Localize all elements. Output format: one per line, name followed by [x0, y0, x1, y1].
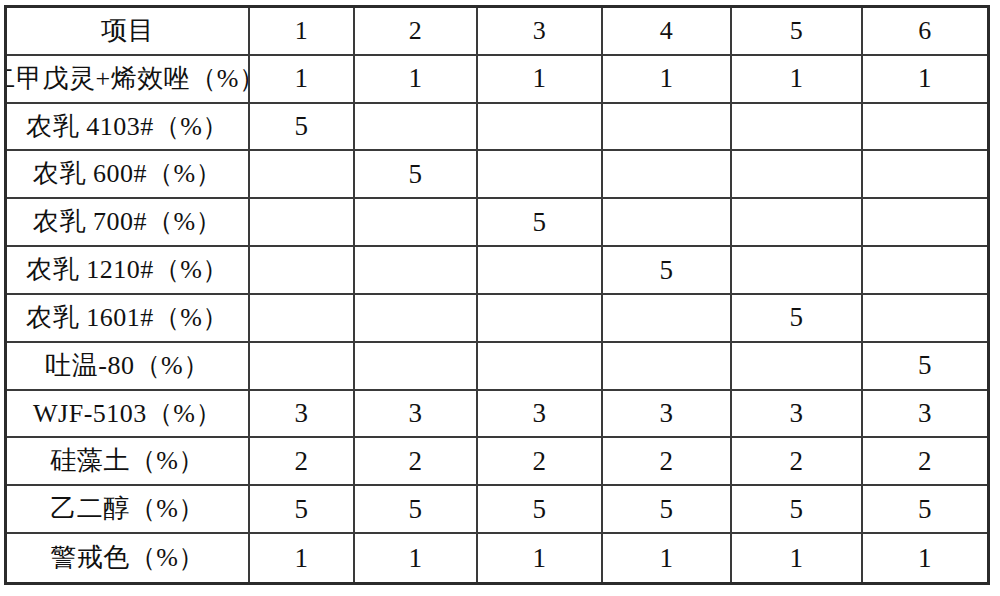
value-cell — [603, 295, 732, 343]
value-cell — [250, 343, 355, 391]
value-cell: 1 — [355, 534, 478, 582]
value-cell: 2 — [732, 438, 863, 486]
value-cell — [478, 295, 603, 343]
value-cell — [355, 343, 478, 391]
value-cell — [732, 247, 863, 295]
value-cell — [732, 343, 863, 391]
value-cell — [603, 104, 732, 152]
row-label: 农乳 1601#（%） — [7, 295, 250, 343]
value-cell: 3 — [603, 391, 732, 439]
row-label: 警戒色（%） — [7, 534, 250, 582]
items-header: 项目 — [7, 8, 250, 56]
value-cell: 1 — [603, 534, 732, 582]
document-page: 项目123456二甲戊灵+烯效唑（%）111111农乳 4103#（%）5农乳 … — [0, 0, 1000, 596]
row-label: 吐温-80（%） — [7, 343, 250, 391]
column-header: 2 — [355, 8, 478, 56]
value-cell: 5 — [732, 486, 863, 534]
value-cell: 3 — [355, 391, 478, 439]
value-cell: 2 — [478, 438, 603, 486]
value-cell: 1 — [732, 534, 863, 582]
value-cell — [478, 104, 603, 152]
value-cell — [863, 104, 987, 152]
value-cell: 1 — [603, 56, 732, 104]
value-cell: 3 — [732, 391, 863, 439]
value-cell: 1 — [732, 56, 863, 104]
value-cell — [478, 247, 603, 295]
value-cell — [478, 151, 603, 199]
row-label: 乙二醇（%） — [7, 486, 250, 534]
value-cell — [603, 151, 732, 199]
value-cell: 1 — [863, 534, 987, 582]
value-cell: 2 — [250, 438, 355, 486]
column-header: 6 — [863, 8, 987, 56]
value-cell: 5 — [478, 486, 603, 534]
column-header: 1 — [250, 8, 355, 56]
value-cell: 2 — [863, 438, 987, 486]
row-label: WJF-5103（%） — [7, 391, 250, 439]
value-cell — [603, 199, 732, 247]
value-cell — [863, 151, 987, 199]
row-label: 农乳 4103#（%） — [7, 104, 250, 152]
row-label: 农乳 600#（%） — [7, 151, 250, 199]
value-cell — [863, 295, 987, 343]
value-cell — [478, 343, 603, 391]
value-cell — [355, 295, 478, 343]
value-cell — [355, 247, 478, 295]
value-cell — [603, 343, 732, 391]
value-cell — [732, 151, 863, 199]
value-cell: 5 — [863, 343, 987, 391]
value-cell: 5 — [250, 486, 355, 534]
value-cell — [250, 199, 355, 247]
value-cell: 1 — [250, 56, 355, 104]
value-cell: 3 — [250, 391, 355, 439]
value-cell: 5 — [355, 486, 478, 534]
value-cell: 2 — [355, 438, 478, 486]
value-cell — [863, 199, 987, 247]
row-label: 农乳 1210#（%） — [7, 247, 250, 295]
value-cell: 3 — [863, 391, 987, 439]
value-cell — [863, 247, 987, 295]
row-label: 农乳 700#（%） — [7, 199, 250, 247]
column-header: 3 — [478, 8, 603, 56]
formulation-table: 项目123456二甲戊灵+烯效唑（%）111111农乳 4103#（%）5农乳 … — [4, 5, 990, 585]
value-cell: 5 — [603, 486, 732, 534]
column-header: 4 — [603, 8, 732, 56]
value-cell — [250, 247, 355, 295]
value-cell: 5 — [478, 199, 603, 247]
value-cell: 1 — [478, 56, 603, 104]
column-header: 5 — [732, 8, 863, 56]
value-cell: 2 — [603, 438, 732, 486]
value-cell — [732, 104, 863, 152]
value-cell: 5 — [250, 104, 355, 152]
row-label: 硅藻土（%） — [7, 438, 250, 486]
value-cell: 3 — [478, 391, 603, 439]
value-cell: 5 — [355, 151, 478, 199]
value-cell: 5 — [603, 247, 732, 295]
value-cell: 1 — [355, 56, 478, 104]
value-cell: 5 — [863, 486, 987, 534]
value-cell — [250, 151, 355, 199]
value-cell: 1 — [863, 56, 987, 104]
value-cell — [250, 295, 355, 343]
value-cell: 5 — [732, 295, 863, 343]
row-label: 二甲戊灵+烯效唑（%） — [7, 56, 250, 104]
value-cell: 1 — [478, 534, 603, 582]
value-cell — [732, 199, 863, 247]
value-cell: 1 — [250, 534, 355, 582]
value-cell — [355, 199, 478, 247]
value-cell — [355, 104, 478, 152]
